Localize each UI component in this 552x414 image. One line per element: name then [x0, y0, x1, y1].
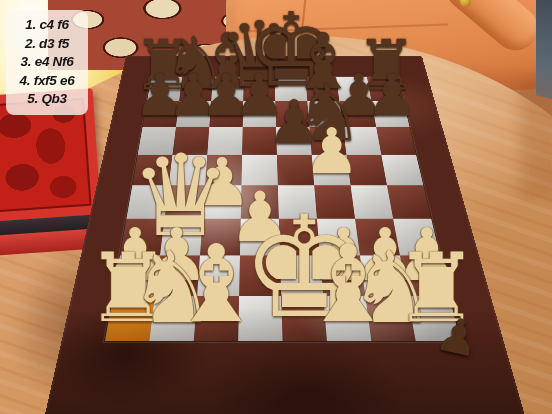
move-entry-1: 1. c4 f6 [7, 16, 87, 35]
move-entry-2: 2. d3 f5 [7, 35, 87, 54]
piece-wP-f5[interactable]: ♟ [304, 119, 360, 182]
move-entry-4: 4. fxf5 e6 [7, 72, 87, 91]
move-entry-5: 5. Qb3 [7, 90, 87, 109]
chess-app-screen: ♜♞♝♚♝♞♜♟♟♟♟♟♛♟♟♟♟♞♟♟♟♟♟♟♜♞♝♛♚♝♜ ♟ 1. c4 … [0, 0, 552, 414]
move-entry-3: 3. e4 Nf6 [7, 53, 87, 72]
move-list: 1. c4 f62. d3 f53. e4 Nf64. fxf5 e65. Qb… [7, 16, 87, 109]
move-list-panel: 1. c4 f62. d3 f53. e4 Nf64. fxf5 e65. Qb… [6, 10, 88, 115]
piece-bP-h7[interactable]: ♟ [366, 67, 418, 125]
